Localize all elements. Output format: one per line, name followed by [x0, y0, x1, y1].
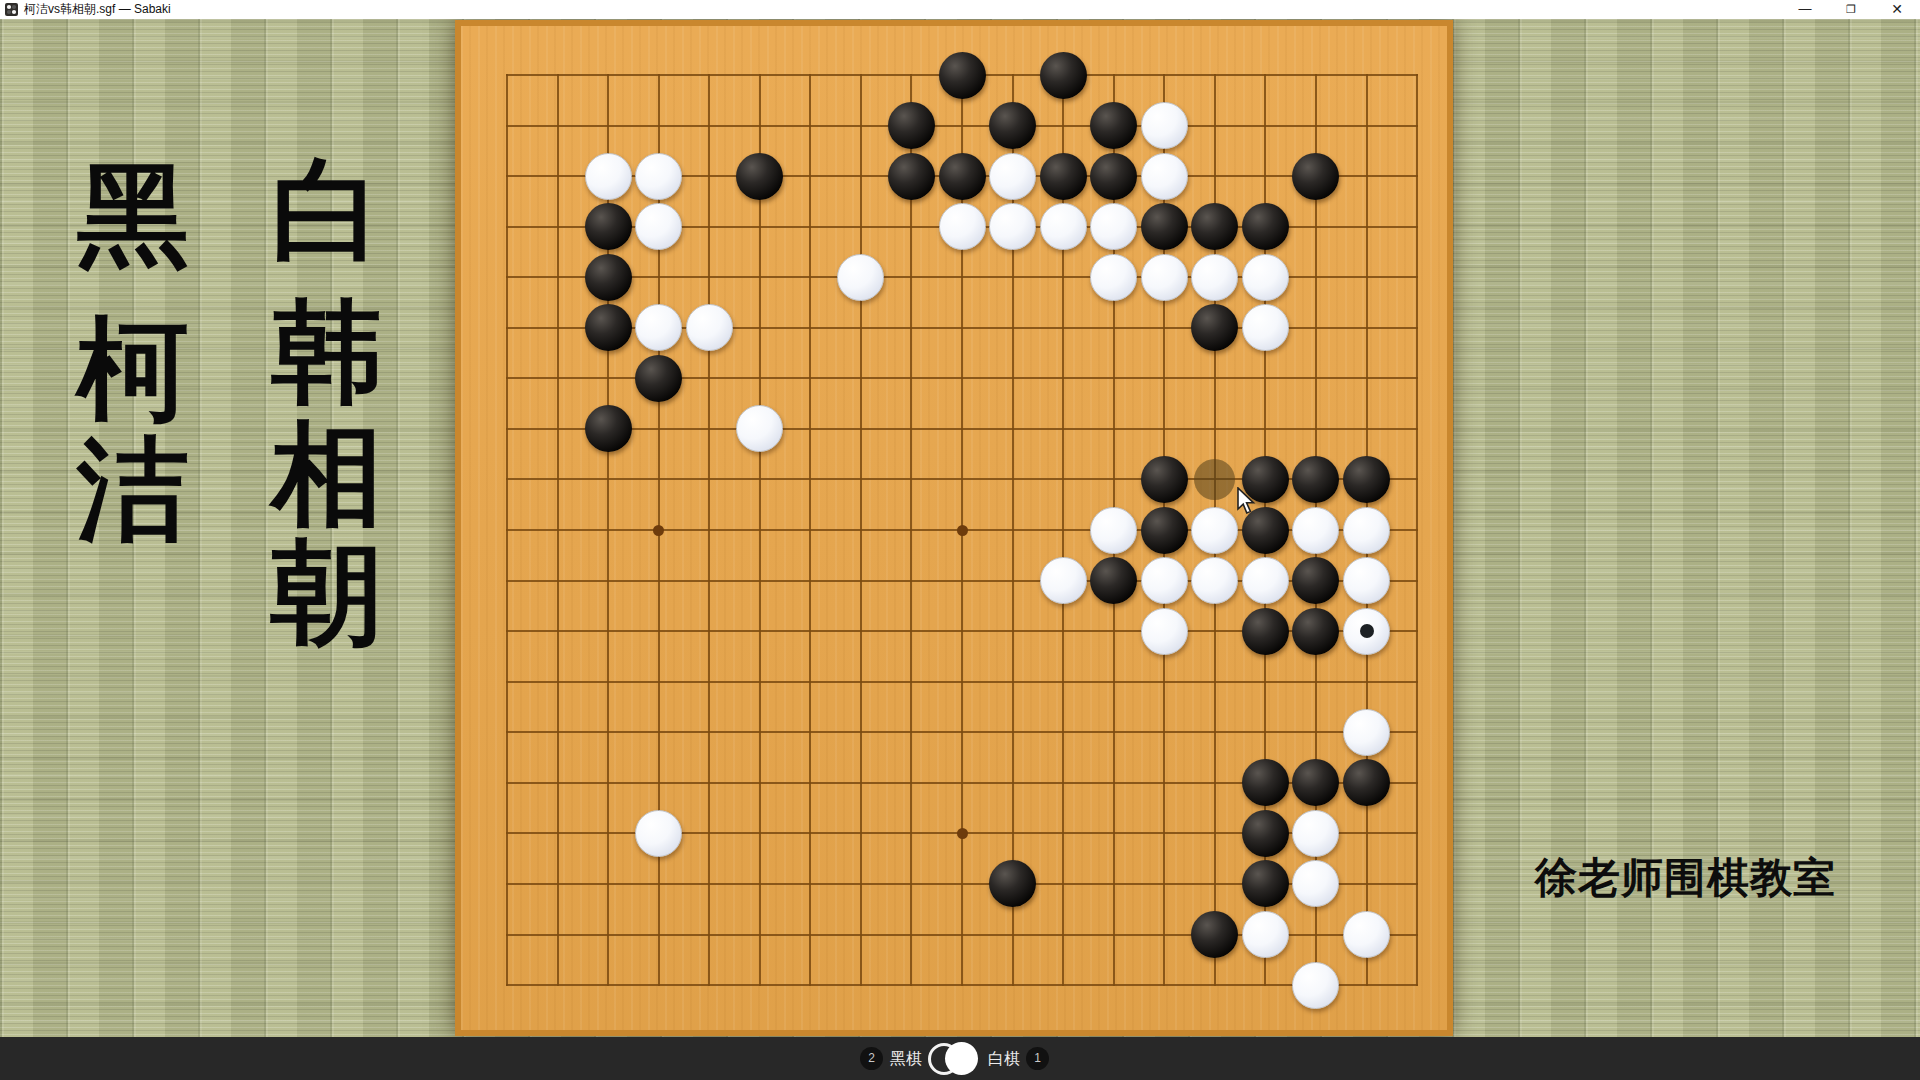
go-board[interactable]	[455, 20, 1453, 1036]
black-stone[interactable]	[939, 52, 986, 99]
bg-label-char: 白	[257, 155, 397, 267]
white-stone[interactable]	[1242, 304, 1289, 351]
white-stone[interactable]	[1343, 557, 1390, 604]
black-capture-count: 2	[860, 1047, 883, 1070]
white-stone[interactable]	[1292, 962, 1339, 1009]
white-stone[interactable]	[1242, 911, 1289, 958]
white-stone[interactable]	[635, 304, 682, 351]
black-stone[interactable]	[989, 102, 1036, 149]
white-stone[interactable]	[1141, 608, 1188, 655]
grid-line-vertical	[1416, 74, 1418, 986]
black-stone[interactable]	[1040, 52, 1087, 99]
white-stone[interactable]	[989, 203, 1036, 250]
app-window: 柯洁vs韩相朝.sgf — Sabaki — ❐ ✕ 黑柯洁白韩相朝 徐老师围棋…	[0, 0, 1920, 1080]
black-stone[interactable]	[1292, 759, 1339, 806]
black-stone[interactable]	[989, 860, 1036, 907]
white-stone[interactable]	[989, 153, 1036, 200]
black-stone[interactable]	[1292, 456, 1339, 503]
black-stone[interactable]	[585, 405, 632, 452]
bg-label-char: 朝	[257, 537, 397, 649]
star-point	[653, 525, 664, 536]
black-stone[interactable]	[1040, 153, 1087, 200]
white-stone[interactable]	[1090, 203, 1137, 250]
black-stone[interactable]	[1242, 759, 1289, 806]
black-stone[interactable]	[585, 304, 632, 351]
white-stone[interactable]	[635, 203, 682, 250]
white-stone[interactable]	[1292, 860, 1339, 907]
black-stone[interactable]	[1343, 759, 1390, 806]
close-button[interactable]: ✕	[1874, 0, 1920, 19]
black-stone[interactable]	[585, 254, 632, 301]
white-stone[interactable]	[1242, 557, 1289, 604]
white-stone[interactable]	[837, 254, 884, 301]
white-toggle-knob-icon	[945, 1042, 978, 1075]
window-title: 柯洁vs韩相朝.sgf — Sabaki	[24, 0, 171, 19]
black-stone[interactable]	[1191, 203, 1238, 250]
grid-line-horizontal	[506, 731, 1418, 733]
star-point	[957, 828, 968, 839]
white-stone[interactable]	[1040, 557, 1087, 604]
black-stone[interactable]	[1191, 304, 1238, 351]
minimize-button[interactable]: —	[1782, 0, 1828, 19]
bg-label-char: 黑	[63, 160, 203, 272]
white-stone[interactable]	[635, 153, 682, 200]
black-stone[interactable]	[1141, 203, 1188, 250]
bg-label-char: 洁	[63, 434, 203, 546]
white-stone[interactable]	[1191, 507, 1238, 554]
white-stone[interactable]	[1141, 153, 1188, 200]
white-stone[interactable]	[1040, 203, 1087, 250]
bg-label-char: 相	[257, 419, 397, 531]
mouse-cursor	[1237, 487, 1259, 517]
white-stone[interactable]	[686, 304, 733, 351]
last-move-marker	[1360, 624, 1374, 638]
black-stone[interactable]	[1292, 557, 1339, 604]
black-stone[interactable]	[888, 153, 935, 200]
black-stone[interactable]	[1343, 456, 1390, 503]
black-player-label: 黑棋	[890, 1049, 922, 1070]
black-stone[interactable]	[1292, 153, 1339, 200]
black-stone[interactable]	[1090, 102, 1137, 149]
white-stone[interactable]	[939, 203, 986, 250]
black-stone[interactable]	[1242, 608, 1289, 655]
white-stone[interactable]	[1343, 709, 1390, 756]
white-stone[interactable]	[1090, 507, 1137, 554]
black-stone[interactable]	[1191, 911, 1238, 958]
player-toggle[interactable]	[928, 1042, 980, 1076]
white-stone[interactable]	[736, 405, 783, 452]
white-stone[interactable]	[1141, 102, 1188, 149]
black-stone[interactable]	[1141, 507, 1188, 554]
black-stone[interactable]	[1242, 860, 1289, 907]
white-stone[interactable]	[1343, 507, 1390, 554]
white-stone[interactable]	[1141, 254, 1188, 301]
restore-button[interactable]: ❐	[1828, 0, 1874, 19]
black-stone[interactable]	[635, 355, 682, 402]
white-stone[interactable]	[1191, 254, 1238, 301]
white-stone[interactable]	[1242, 254, 1289, 301]
white-stone[interactable]	[1141, 557, 1188, 604]
black-stone[interactable]	[736, 153, 783, 200]
bg-label-char: 柯	[63, 314, 203, 426]
white-stone[interactable]	[1292, 507, 1339, 554]
white-capture-count: 1	[1026, 1047, 1049, 1070]
ghost-hover-stone[interactable]	[1194, 459, 1235, 500]
classroom-watermark: 徐老师围棋教室	[1535, 850, 1836, 906]
white-stone[interactable]	[1292, 810, 1339, 857]
black-stone[interactable]	[1292, 608, 1339, 655]
status-bar: 2 黑棋 白棋 1	[0, 1037, 1920, 1080]
white-player-label: 白棋	[988, 1049, 1020, 1070]
black-stone[interactable]	[1242, 203, 1289, 250]
black-stone[interactable]	[1242, 810, 1289, 857]
grid-line-horizontal	[506, 681, 1418, 683]
sabaki-app-icon	[5, 3, 18, 16]
black-stone[interactable]	[585, 203, 632, 250]
black-stone[interactable]	[1090, 153, 1137, 200]
star-point	[957, 525, 968, 536]
white-stone[interactable]	[1191, 557, 1238, 604]
white-stone[interactable]	[635, 810, 682, 857]
white-stone[interactable]	[1090, 254, 1137, 301]
white-stone[interactable]	[1343, 911, 1390, 958]
grid-line-horizontal	[506, 984, 1418, 986]
black-stone[interactable]	[939, 153, 986, 200]
bg-label-char: 韩	[257, 297, 397, 409]
white-stone[interactable]	[585, 153, 632, 200]
black-stone[interactable]	[1090, 557, 1137, 604]
black-stone[interactable]	[1141, 456, 1188, 503]
title-bar: 柯洁vs韩相朝.sgf — Sabaki — ❐ ✕	[0, 0, 1920, 19]
black-stone[interactable]	[888, 102, 935, 149]
